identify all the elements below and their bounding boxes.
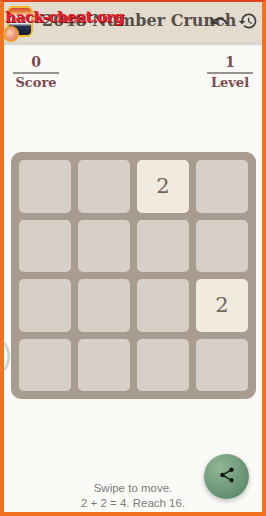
app-window: 2048 Number Crunch 0 Score 1 Level 22 Sw… — [0, 0, 266, 516]
tile-2: 2 — [137, 160, 189, 213]
watermark-badge-icon — [3, 26, 19, 42]
grid-cell — [137, 220, 189, 273]
history-icon — [238, 11, 258, 31]
grid-cell — [78, 160, 130, 213]
score-label: Score — [13, 76, 59, 90]
undo-icon — [209, 11, 229, 31]
game-board[interactable]: 22 — [11, 152, 256, 399]
score-divider — [13, 72, 59, 74]
grid-cell — [78, 279, 130, 332]
grid-cell — [19, 220, 71, 273]
share-icon — [218, 466, 236, 487]
level-value: 1 — [207, 55, 253, 70]
watermark-fragment: ) — [1, 341, 13, 371]
level-panel: 1 Level — [207, 55, 253, 90]
score-panel: 0 Score — [13, 55, 59, 90]
grid-cell — [196, 220, 248, 273]
grid-cell — [19, 339, 71, 392]
tile-2: 2 — [196, 279, 248, 332]
grid-cell — [19, 160, 71, 213]
level-label: Level — [207, 76, 253, 90]
level-divider — [207, 72, 253, 74]
grid-cell — [137, 279, 189, 332]
history-button[interactable] — [238, 11, 258, 31]
grid-cell — [137, 339, 189, 392]
undo-button[interactable] — [209, 11, 229, 31]
grid-cell — [78, 220, 130, 273]
grid-cell — [19, 279, 71, 332]
grid-cell — [78, 339, 130, 392]
grid-cell — [196, 160, 248, 213]
grid-cell — [196, 339, 248, 392]
share-fab-button[interactable] — [204, 454, 249, 499]
watermark-text: hack-cheat.org — [5, 8, 124, 26]
score-value: 0 — [13, 55, 59, 70]
